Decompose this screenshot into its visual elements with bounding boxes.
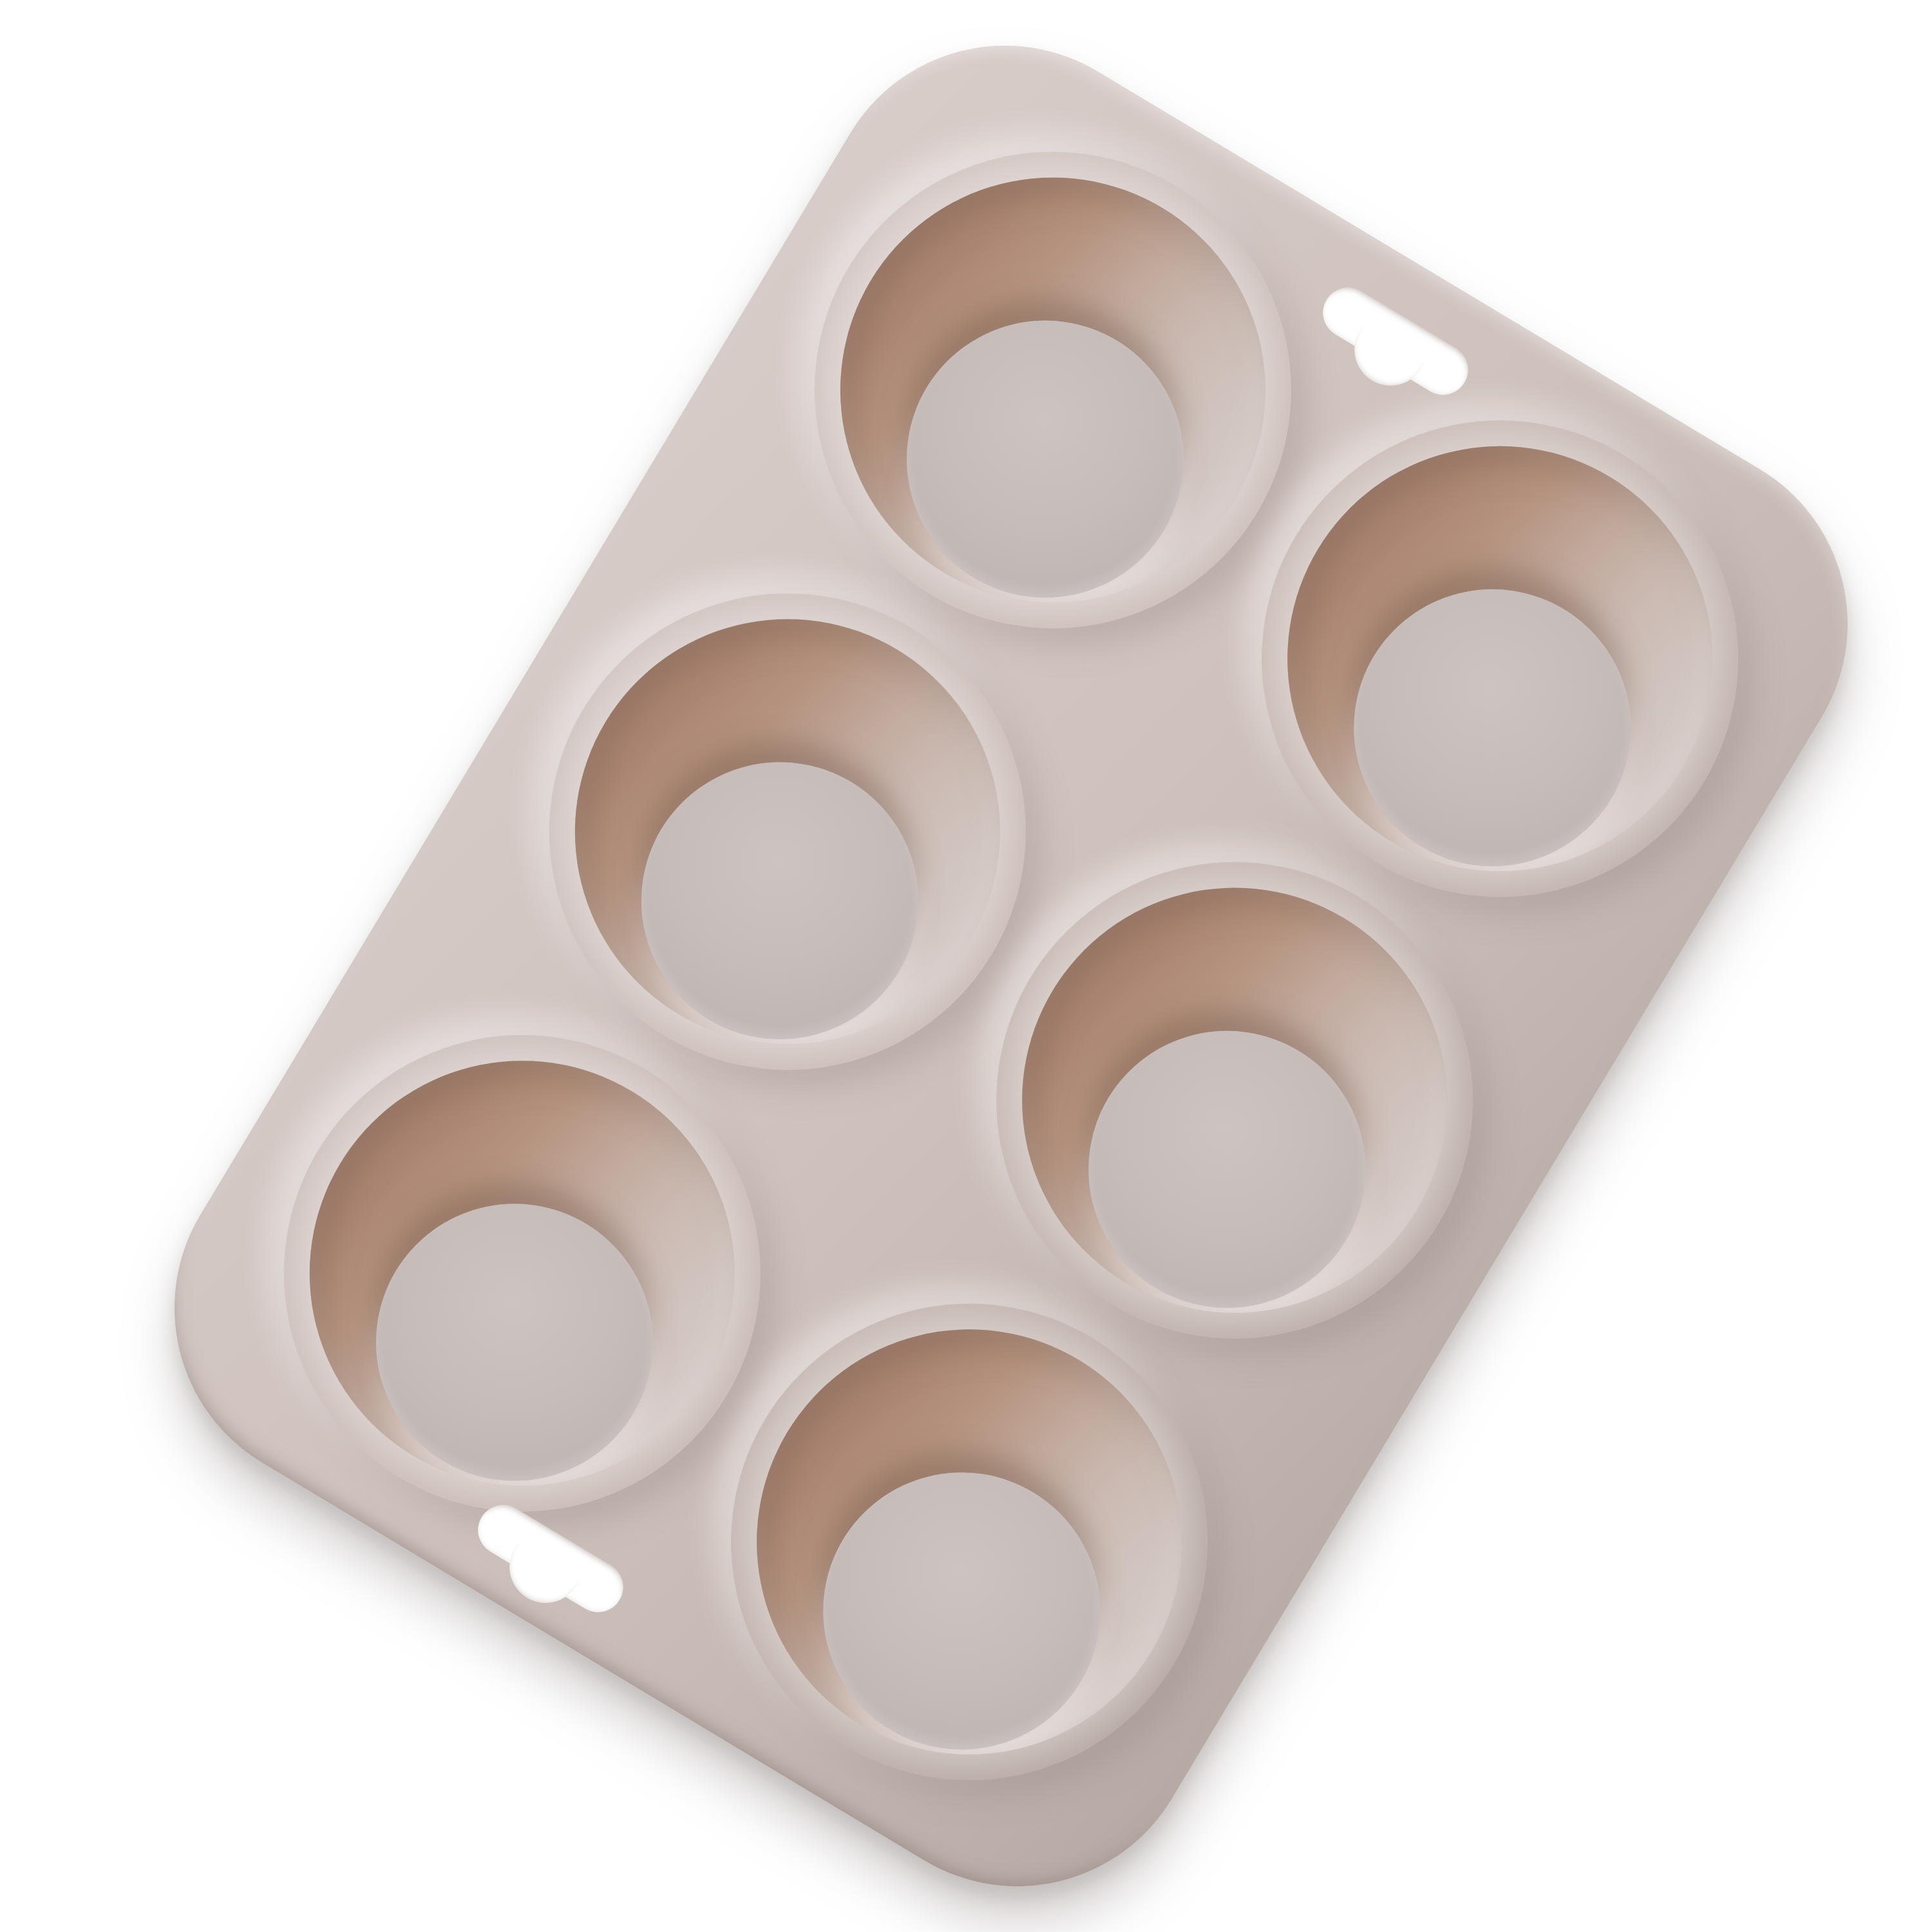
hang-hole-notch [1341,327,1424,399]
cup-bottom [325,1152,705,1532]
cup-bottom [855,269,1235,649]
cup-cavity [943,809,1526,1392]
cup-bottom [1302,538,1682,918]
product-photo-background [0,0,1932,1932]
cup-cavity [761,99,1345,682]
cup-cavity [231,981,814,1565]
cup-cavity [1208,367,1792,951]
cup-bottom [1037,980,1417,1359]
cup-bottom [772,1421,1151,1801]
hang-hole-notch [496,1544,579,1616]
cup-cavity [677,1250,1261,1833]
hang-hole-top [1314,278,1477,404]
muffin-pan [108,0,1915,1932]
hang-hole-bottom [469,1495,632,1622]
cup-cavity [496,540,1079,1124]
cup-bottom [590,711,970,1091]
